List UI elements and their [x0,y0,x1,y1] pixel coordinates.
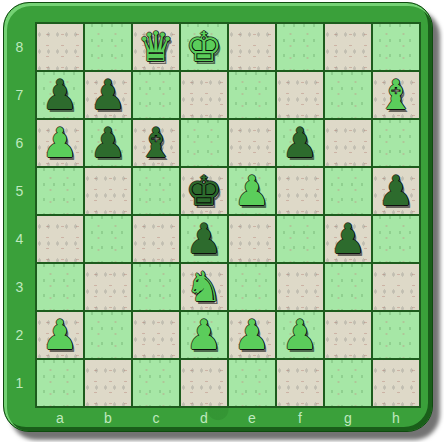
piece-white-pawn[interactable]: ♟ [42,123,79,164]
piece-black-pawn[interactable]: ♟ [378,171,415,212]
square-f8[interactable] [277,24,323,70]
square-c5[interactable] [133,168,179,214]
file-label: g [325,408,371,428]
piece-white-pawn[interactable]: ♟ [234,171,271,212]
piece-white-pawn[interactable]: ♟ [42,315,79,356]
square-d7[interactable] [181,72,227,118]
file-label: e [229,408,275,428]
square-g5[interactable] [325,168,371,214]
file-label: f [277,408,323,428]
square-c8[interactable]: ♛ [133,24,179,70]
piece-black-king[interactable]: ♚ [186,171,223,212]
piece-white-pawn[interactable]: ♟ [234,315,271,356]
square-e4[interactable] [229,216,275,262]
square-c6[interactable]: ♝ [133,120,179,166]
square-e2[interactable]: ♟ [229,312,275,358]
board-frame: 87654321 ♛♚♟♟♝♟♟♝♟♚♟♟♟♟♞♟♟♟♟ abcdefgh [3,2,433,432]
square-g1[interactable] [325,360,371,406]
file-label: d [181,408,227,428]
rank-label: 6 [4,120,35,166]
square-g2[interactable] [325,312,371,358]
file-label: h [373,408,419,428]
square-a8[interactable] [37,24,83,70]
piece-white-pawn[interactable]: ♟ [186,315,223,356]
file-label: a [37,408,83,428]
square-g7[interactable] [325,72,371,118]
square-b2[interactable] [85,312,131,358]
chess-board[interactable]: ♛♚♟♟♝♟♟♝♟♚♟♟♟♟♞♟♟♟♟ [35,22,421,408]
square-b1[interactable] [85,360,131,406]
square-h7[interactable]: ♝ [373,72,419,118]
square-g6[interactable] [325,120,371,166]
square-c4[interactable] [133,216,179,262]
square-d8[interactable]: ♚ [181,24,227,70]
square-e1[interactable] [229,360,275,406]
square-h6[interactable] [373,120,419,166]
piece-white-pawn[interactable]: ♟ [282,315,319,356]
rank-label: 4 [4,216,35,262]
rank-label: 3 [4,264,35,310]
square-c1[interactable] [133,360,179,406]
square-b5[interactable] [85,168,131,214]
piece-black-pawn[interactable]: ♟ [42,75,79,116]
square-b8[interactable] [85,24,131,70]
square-g8[interactable] [325,24,371,70]
square-a4[interactable] [37,216,83,262]
square-b6[interactable]: ♟ [85,120,131,166]
rank-label: 2 [4,312,35,358]
chess-app-window: 87654321 ♛♚♟♟♝♟♟♝♟♚♟♟♟♟♞♟♟♟♟ abcdefgh [0,0,444,442]
piece-black-pawn[interactable]: ♟ [282,123,319,164]
file-labels: abcdefgh [35,408,425,428]
square-g4[interactable]: ♟ [325,216,371,262]
square-d1[interactable] [181,360,227,406]
square-c2[interactable] [133,312,179,358]
square-f6[interactable]: ♟ [277,120,323,166]
square-f3[interactable] [277,264,323,310]
square-g3[interactable] [325,264,371,310]
square-d3[interactable]: ♞ [181,264,227,310]
square-f2[interactable]: ♟ [277,312,323,358]
square-h4[interactable] [373,216,419,262]
square-b4[interactable] [85,216,131,262]
rank-label: 8 [4,24,35,70]
piece-black-pawn[interactable]: ♟ [330,219,367,260]
square-f1[interactable] [277,360,323,406]
square-d2[interactable]: ♟ [181,312,227,358]
square-c3[interactable] [133,264,179,310]
piece-black-pawn[interactable]: ♟ [186,219,223,260]
square-a5[interactable] [37,168,83,214]
square-f5[interactable] [277,168,323,214]
square-h1[interactable] [373,360,419,406]
square-h5[interactable]: ♟ [373,168,419,214]
file-label: c [133,408,179,428]
square-e3[interactable] [229,264,275,310]
rank-labels: 87654321 [4,22,35,408]
square-c7[interactable] [133,72,179,118]
square-a3[interactable] [37,264,83,310]
square-d6[interactable] [181,120,227,166]
square-a6[interactable]: ♟ [37,120,83,166]
rank-label: 7 [4,72,35,118]
piece-white-king[interactable]: ♚ [186,27,223,68]
square-a7[interactable]: ♟ [37,72,83,118]
piece-black-pawn[interactable]: ♟ [90,75,127,116]
square-d4[interactable]: ♟ [181,216,227,262]
square-a2[interactable]: ♟ [37,312,83,358]
piece-white-queen[interactable]: ♛ [138,27,175,68]
square-f7[interactable] [277,72,323,118]
square-e5[interactable]: ♟ [229,168,275,214]
file-label: b [85,408,131,428]
square-h3[interactable] [373,264,419,310]
square-e6[interactable] [229,120,275,166]
square-h2[interactable] [373,312,419,358]
square-b3[interactable] [85,264,131,310]
piece-white-knight[interactable]: ♞ [186,267,223,308]
square-e8[interactable] [229,24,275,70]
piece-black-pawn[interactable]: ♟ [90,123,127,164]
square-d5[interactable]: ♚ [181,168,227,214]
square-a1[interactable] [37,360,83,406]
piece-white-bishop[interactable]: ♝ [378,75,415,116]
piece-black-bishop[interactable]: ♝ [138,123,175,164]
square-b7[interactable]: ♟ [85,72,131,118]
rank-label: 1 [4,360,35,406]
square-f4[interactable] [277,216,323,262]
rank-label: 5 [4,168,35,214]
square-h8[interactable] [373,24,419,70]
square-e7[interactable] [229,72,275,118]
